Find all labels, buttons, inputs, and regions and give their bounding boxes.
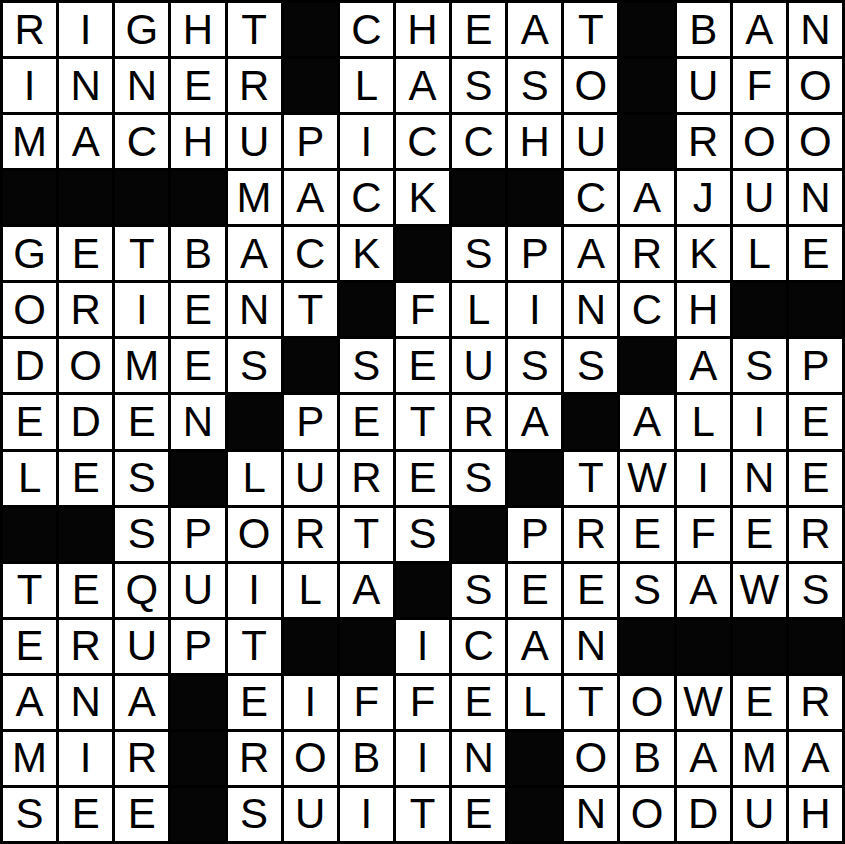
letter-cell-r7c2[interactable]: O xyxy=(59,339,112,392)
letter-cell-r13c13[interactable]: W xyxy=(677,676,730,729)
letter-cell-r8c8[interactable]: T xyxy=(396,395,449,448)
letter-cell-r13c6[interactable]: I xyxy=(284,676,337,729)
letter-cell-r11c10[interactable]: E xyxy=(508,564,561,617)
letter-cell-r11c4[interactable]: U xyxy=(171,564,224,617)
letter-cell-r13c1[interactable]: A xyxy=(3,676,56,729)
letter-cell-r8c14[interactable]: I xyxy=(733,395,786,448)
block-cell-r14c4 xyxy=(171,732,224,785)
letter-cell-r13c12[interactable]: O xyxy=(620,676,673,729)
letter-cell-r9c2[interactable]: E xyxy=(59,452,112,505)
letter-cell-r5c5[interactable]: A xyxy=(228,227,281,280)
letter-cell-r15c15[interactable]: H xyxy=(789,788,842,841)
letter-cell-r2c4[interactable]: E xyxy=(171,59,224,112)
letter-cell-r12c2[interactable]: R xyxy=(59,620,112,673)
block-cell-r1c6 xyxy=(284,3,337,56)
letter-cell-r5c6[interactable]: C xyxy=(284,227,337,280)
letter-cell-r8c13[interactable]: L xyxy=(677,395,730,448)
block-cell-r11c8 xyxy=(396,564,449,617)
letter-cell-r11c3[interactable]: Q xyxy=(115,564,168,617)
letter-cell-r7c4[interactable]: E xyxy=(171,339,224,392)
letter-cell-r7c10[interactable]: S xyxy=(508,339,561,392)
letter-cell-r7c11[interactable]: S xyxy=(564,339,617,392)
letter-cell-r9c1[interactable]: L xyxy=(3,452,56,505)
block-cell-r14c10 xyxy=(508,732,561,785)
letter-cell-r8c6[interactable]: P xyxy=(284,395,337,448)
letter-cell-r7c1[interactable]: D xyxy=(3,339,56,392)
letter-cell-r7c14[interactable]: S xyxy=(733,339,786,392)
letter-cell-r1c9[interactable]: E xyxy=(452,3,505,56)
letter-cell-r14c12[interactable]: B xyxy=(620,732,673,785)
letter-cell-r1c8[interactable]: H xyxy=(396,3,449,56)
letter-cell-r2c2[interactable]: N xyxy=(59,59,112,112)
letter-cell-r8c4[interactable]: N xyxy=(171,395,224,448)
letter-cell-r11c2[interactable]: E xyxy=(59,564,112,617)
letter-cell-r9c3[interactable]: S xyxy=(115,452,168,505)
letter-cell-r11c13[interactable]: A xyxy=(677,564,730,617)
letter-cell-r3c14[interactable]: O xyxy=(733,115,786,168)
letter-cell-r6c11[interactable]: N xyxy=(564,283,617,336)
letter-cell-r10c3[interactable]: S xyxy=(115,508,168,561)
letter-cell-r2c5[interactable]: R xyxy=(228,59,281,112)
letter-cell-r3c8[interactable]: C xyxy=(396,115,449,168)
letter-cell-r9c12[interactable]: W xyxy=(620,452,673,505)
letter-cell-r13c7[interactable]: F xyxy=(340,676,393,729)
letter-cell-r8c2[interactable]: D xyxy=(59,395,112,448)
letter-cell-r12c5[interactable]: T xyxy=(228,620,281,673)
block-cell-r4c3 xyxy=(115,171,168,224)
block-cell-r12c15 xyxy=(789,620,842,673)
letter-cell-r11c15[interactable]: S xyxy=(789,564,842,617)
letter-cell-r14c7[interactable]: B xyxy=(340,732,393,785)
letter-cell-r10c12[interactable]: E xyxy=(620,508,673,561)
letter-cell-r8c3[interactable]: E xyxy=(115,395,168,448)
letter-cell-r5c4[interactable]: B xyxy=(171,227,224,280)
block-cell-r13c4 xyxy=(171,676,224,729)
letter-cell-r9c6[interactable]: U xyxy=(284,452,337,505)
block-cell-r15c4 xyxy=(171,788,224,841)
letter-cell-r6c10[interactable]: I xyxy=(508,283,561,336)
letter-cell-r14c5[interactable]: R xyxy=(228,732,281,785)
letter-cell-r9c7[interactable]: R xyxy=(340,452,393,505)
letter-cell-r3c2[interactable]: A xyxy=(59,115,112,168)
letter-cell-r14c6[interactable]: O xyxy=(284,732,337,785)
letter-cell-r2c15[interactable]: O xyxy=(789,59,842,112)
letter-cell-r10c8[interactable]: S xyxy=(396,508,449,561)
letter-cell-r12c8[interactable]: I xyxy=(396,620,449,673)
letter-cell-r9c15[interactable]: E xyxy=(789,452,842,505)
letter-cell-r1c5[interactable]: T xyxy=(228,3,281,56)
letter-cell-r11c1[interactable]: T xyxy=(3,564,56,617)
letter-cell-r10c11[interactable]: R xyxy=(564,508,617,561)
letter-cell-r7c7[interactable]: S xyxy=(340,339,393,392)
block-cell-r15c10 xyxy=(508,788,561,841)
block-cell-r12c13 xyxy=(677,620,730,673)
letter-cell-r3c1[interactable]: M xyxy=(3,115,56,168)
letter-cell-r9c8[interactable]: E xyxy=(396,452,449,505)
letter-cell-r15c7[interactable]: I xyxy=(340,788,393,841)
letter-cell-r15c2[interactable]: E xyxy=(59,788,112,841)
letter-cell-r11c7[interactable]: A xyxy=(340,564,393,617)
letter-cell-r1c7[interactable]: C xyxy=(340,3,393,56)
letter-cell-r7c15[interactable]: P xyxy=(789,339,842,392)
letter-cell-r11c12[interactable]: S xyxy=(620,564,673,617)
letter-cell-r12c9[interactable]: C xyxy=(452,620,505,673)
letter-cell-r4c12[interactable]: A xyxy=(620,171,673,224)
letter-cell-r2c3[interactable]: N xyxy=(115,59,168,112)
letter-cell-r15c6[interactable]: U xyxy=(284,788,337,841)
letter-cell-r15c1[interactable]: S xyxy=(3,788,56,841)
letter-cell-r14c14[interactable]: M xyxy=(733,732,786,785)
letter-cell-r3c4[interactable]: H xyxy=(171,115,224,168)
block-cell-r2c6 xyxy=(284,59,337,112)
letter-cell-r14c9[interactable]: N xyxy=(452,732,505,785)
letter-cell-r10c5[interactable]: O xyxy=(228,508,281,561)
block-cell-r4c9 xyxy=(452,171,505,224)
letter-cell-r13c14[interactable]: E xyxy=(733,676,786,729)
block-cell-r10c2 xyxy=(59,508,112,561)
block-cell-r9c10 xyxy=(508,452,561,505)
letter-cell-r15c5[interactable]: S xyxy=(228,788,281,841)
letter-cell-r8c10[interactable]: A xyxy=(508,395,561,448)
block-cell-r2c12 xyxy=(620,59,673,112)
block-cell-r4c10 xyxy=(508,171,561,224)
letter-cell-r14c1[interactable]: M xyxy=(3,732,56,785)
letter-cell-r14c8[interactable]: I xyxy=(396,732,449,785)
block-cell-r10c9 xyxy=(452,508,505,561)
letter-cell-r2c14[interactable]: F xyxy=(733,59,786,112)
block-cell-r6c14 xyxy=(733,283,786,336)
letter-cell-r14c15[interactable]: A xyxy=(789,732,842,785)
letter-cell-r8c1[interactable]: E xyxy=(3,395,56,448)
letter-cell-r1c2[interactable]: I xyxy=(59,3,112,56)
letter-cell-r4c14[interactable]: U xyxy=(733,171,786,224)
letter-cell-r11c14[interactable]: W xyxy=(733,564,786,617)
letter-cell-r5c10[interactable]: P xyxy=(508,227,561,280)
block-cell-r7c12 xyxy=(620,339,673,392)
letter-cell-r13c5[interactable]: E xyxy=(228,676,281,729)
crossword-grid: RIGHTCHEATBANINNERLASSOUFOMACHUPICCHUROO… xyxy=(0,0,845,844)
letter-cell-r6c12[interactable]: C xyxy=(620,283,673,336)
letter-cell-r9c11[interactable]: T xyxy=(564,452,617,505)
letter-cell-r13c15[interactable]: R xyxy=(789,676,842,729)
letter-cell-r13c9[interactable]: E xyxy=(452,676,505,729)
letter-cell-r4c8[interactable]: K xyxy=(396,171,449,224)
letter-cell-r1c4[interactable]: H xyxy=(171,3,224,56)
letter-cell-r2c1[interactable]: I xyxy=(3,59,56,112)
letter-cell-r8c15[interactable]: E xyxy=(789,395,842,448)
letter-cell-r5c13[interactable]: K xyxy=(677,227,730,280)
letter-cell-r5c7[interactable]: K xyxy=(340,227,393,280)
block-cell-r6c15 xyxy=(789,283,842,336)
letter-cell-r11c11[interactable]: E xyxy=(564,564,617,617)
letter-cell-r12c1[interactable]: E xyxy=(3,620,56,673)
letter-cell-r15c14[interactable]: U xyxy=(733,788,786,841)
letter-cell-r12c10[interactable]: A xyxy=(508,620,561,673)
letter-cell-r11c5[interactable]: I xyxy=(228,564,281,617)
letter-cell-r3c10[interactable]: H xyxy=(508,115,561,168)
block-cell-r8c5 xyxy=(228,395,281,448)
block-cell-r12c14 xyxy=(733,620,786,673)
letter-cell-r14c13[interactable]: A xyxy=(677,732,730,785)
letter-cell-r13c2[interactable]: N xyxy=(59,676,112,729)
letter-cell-r12c3[interactable]: U xyxy=(115,620,168,673)
letter-cell-r3c6[interactable]: P xyxy=(284,115,337,168)
letter-cell-r5c12[interactable]: R xyxy=(620,227,673,280)
letter-cell-r5c9[interactable]: S xyxy=(452,227,505,280)
letter-cell-r5c14[interactable]: L xyxy=(733,227,786,280)
letter-cell-r2c10[interactable]: S xyxy=(508,59,561,112)
letter-cell-r4c15[interactable]: N xyxy=(789,171,842,224)
letter-cell-r15c8[interactable]: T xyxy=(396,788,449,841)
letter-cell-r4c5[interactable]: M xyxy=(228,171,281,224)
letter-cell-r13c11[interactable]: T xyxy=(564,676,617,729)
letter-cell-r14c3[interactable]: R xyxy=(115,732,168,785)
letter-cell-r15c13[interactable]: D xyxy=(677,788,730,841)
block-cell-r7c6 xyxy=(284,339,337,392)
letter-cell-r13c10[interactable]: L xyxy=(508,676,561,729)
block-cell-r12c12 xyxy=(620,620,673,673)
letter-cell-r8c12[interactable]: A xyxy=(620,395,673,448)
letter-cell-r6c13[interactable]: H xyxy=(677,283,730,336)
block-cell-r4c2 xyxy=(59,171,112,224)
letter-cell-r9c13[interactable]: I xyxy=(677,452,730,505)
letter-cell-r6c3[interactable]: I xyxy=(115,283,168,336)
block-cell-r4c4 xyxy=(171,171,224,224)
letter-cell-r7c3[interactable]: M xyxy=(115,339,168,392)
letter-cell-r12c4[interactable]: P xyxy=(171,620,224,673)
letter-cell-r13c3[interactable]: A xyxy=(115,676,168,729)
letter-cell-r14c11[interactable]: O xyxy=(564,732,617,785)
letter-cell-r13c8[interactable]: F xyxy=(396,676,449,729)
letter-cell-r2c11[interactable]: O xyxy=(564,59,617,112)
block-cell-r6c7 xyxy=(340,283,393,336)
letter-cell-r10c13[interactable]: F xyxy=(677,508,730,561)
letter-cell-r4c11[interactable]: C xyxy=(564,171,617,224)
letter-cell-r11c6[interactable]: L xyxy=(284,564,337,617)
letter-cell-r9c14[interactable]: N xyxy=(733,452,786,505)
block-cell-r1c12 xyxy=(620,3,673,56)
letter-cell-r4c13[interactable]: J xyxy=(677,171,730,224)
letter-cell-r7c8[interactable]: E xyxy=(396,339,449,392)
letter-cell-r8c7[interactable]: E xyxy=(340,395,393,448)
letter-cell-r3c3[interactable]: C xyxy=(115,115,168,168)
letter-cell-r1c11[interactable]: T xyxy=(564,3,617,56)
letter-cell-r10c15[interactable]: R xyxy=(789,508,842,561)
letter-cell-r14c2[interactable]: I xyxy=(59,732,112,785)
letter-cell-r3c9[interactable]: C xyxy=(452,115,505,168)
letter-cell-r2c9[interactable]: S xyxy=(452,59,505,112)
letter-cell-r8c9[interactable]: R xyxy=(452,395,505,448)
letter-cell-r6c5[interactable]: N xyxy=(228,283,281,336)
letter-cell-r7c5[interactable]: S xyxy=(228,339,281,392)
letter-cell-r15c12[interactable]: O xyxy=(620,788,673,841)
letter-cell-r10c4[interactable]: P xyxy=(171,508,224,561)
letter-cell-r5c15[interactable]: E xyxy=(789,227,842,280)
block-cell-r9c4 xyxy=(171,452,224,505)
letter-cell-r10c14[interactable]: E xyxy=(733,508,786,561)
block-cell-r10c1 xyxy=(3,508,56,561)
letter-cell-r3c11[interactable]: U xyxy=(564,115,617,168)
letter-cell-r1c3[interactable]: G xyxy=(115,3,168,56)
letter-cell-r1c13[interactable]: B xyxy=(677,3,730,56)
letter-cell-r2c8[interactable]: A xyxy=(396,59,449,112)
letter-cell-r3c7[interactable]: I xyxy=(340,115,393,168)
letter-cell-r3c15[interactable]: O xyxy=(789,115,842,168)
letter-cell-r2c7[interactable]: L xyxy=(340,59,393,112)
letter-cell-r6c8[interactable]: F xyxy=(396,283,449,336)
letter-cell-r1c1[interactable]: R xyxy=(3,3,56,56)
block-cell-r12c6 xyxy=(284,620,337,673)
letter-cell-r7c9[interactable]: U xyxy=(452,339,505,392)
block-cell-r3c12 xyxy=(620,115,673,168)
letter-cell-r6c2[interactable]: R xyxy=(59,283,112,336)
letter-cell-r9c5[interactable]: L xyxy=(228,452,281,505)
letter-cell-r10c7[interactable]: T xyxy=(340,508,393,561)
letter-cell-r10c10[interactable]: P xyxy=(508,508,561,561)
letter-cell-r6c6[interactable]: T xyxy=(284,283,337,336)
letter-cell-r2c13[interactable]: U xyxy=(677,59,730,112)
letter-cell-r15c9[interactable]: E xyxy=(452,788,505,841)
letter-cell-r15c11[interactable]: N xyxy=(564,788,617,841)
letter-cell-r4c7[interactable]: C xyxy=(340,171,393,224)
letter-cell-r11c9[interactable]: S xyxy=(452,564,505,617)
letter-cell-r9c9[interactable]: S xyxy=(452,452,505,505)
letter-cell-r1c15[interactable]: N xyxy=(789,3,842,56)
letter-cell-r1c10[interactable]: A xyxy=(508,3,561,56)
letter-cell-r3c5[interactable]: U xyxy=(228,115,281,168)
letter-cell-r10c6[interactable]: R xyxy=(284,508,337,561)
letter-cell-r12c11[interactable]: N xyxy=(564,620,617,673)
block-cell-r8c11 xyxy=(564,395,617,448)
letter-cell-r5c3[interactable]: T xyxy=(115,227,168,280)
letter-cell-r3c13[interactable]: R xyxy=(677,115,730,168)
letter-cell-r6c4[interactable]: E xyxy=(171,283,224,336)
block-cell-r5c8 xyxy=(396,227,449,280)
block-cell-r12c7 xyxy=(340,620,393,673)
letter-cell-r6c9[interactable]: L xyxy=(452,283,505,336)
letter-cell-r5c11[interactable]: A xyxy=(564,227,617,280)
letter-cell-r1c14[interactable]: A xyxy=(733,3,786,56)
letter-cell-r4c6[interactable]: A xyxy=(284,171,337,224)
letter-cell-r15c3[interactable]: E xyxy=(115,788,168,841)
letter-cell-r5c1[interactable]: G xyxy=(3,227,56,280)
block-cell-r4c1 xyxy=(3,171,56,224)
letter-cell-r6c1[interactable]: O xyxy=(3,283,56,336)
letter-cell-r7c13[interactable]: A xyxy=(677,339,730,392)
letter-cell-r5c2[interactable]: E xyxy=(59,227,112,280)
